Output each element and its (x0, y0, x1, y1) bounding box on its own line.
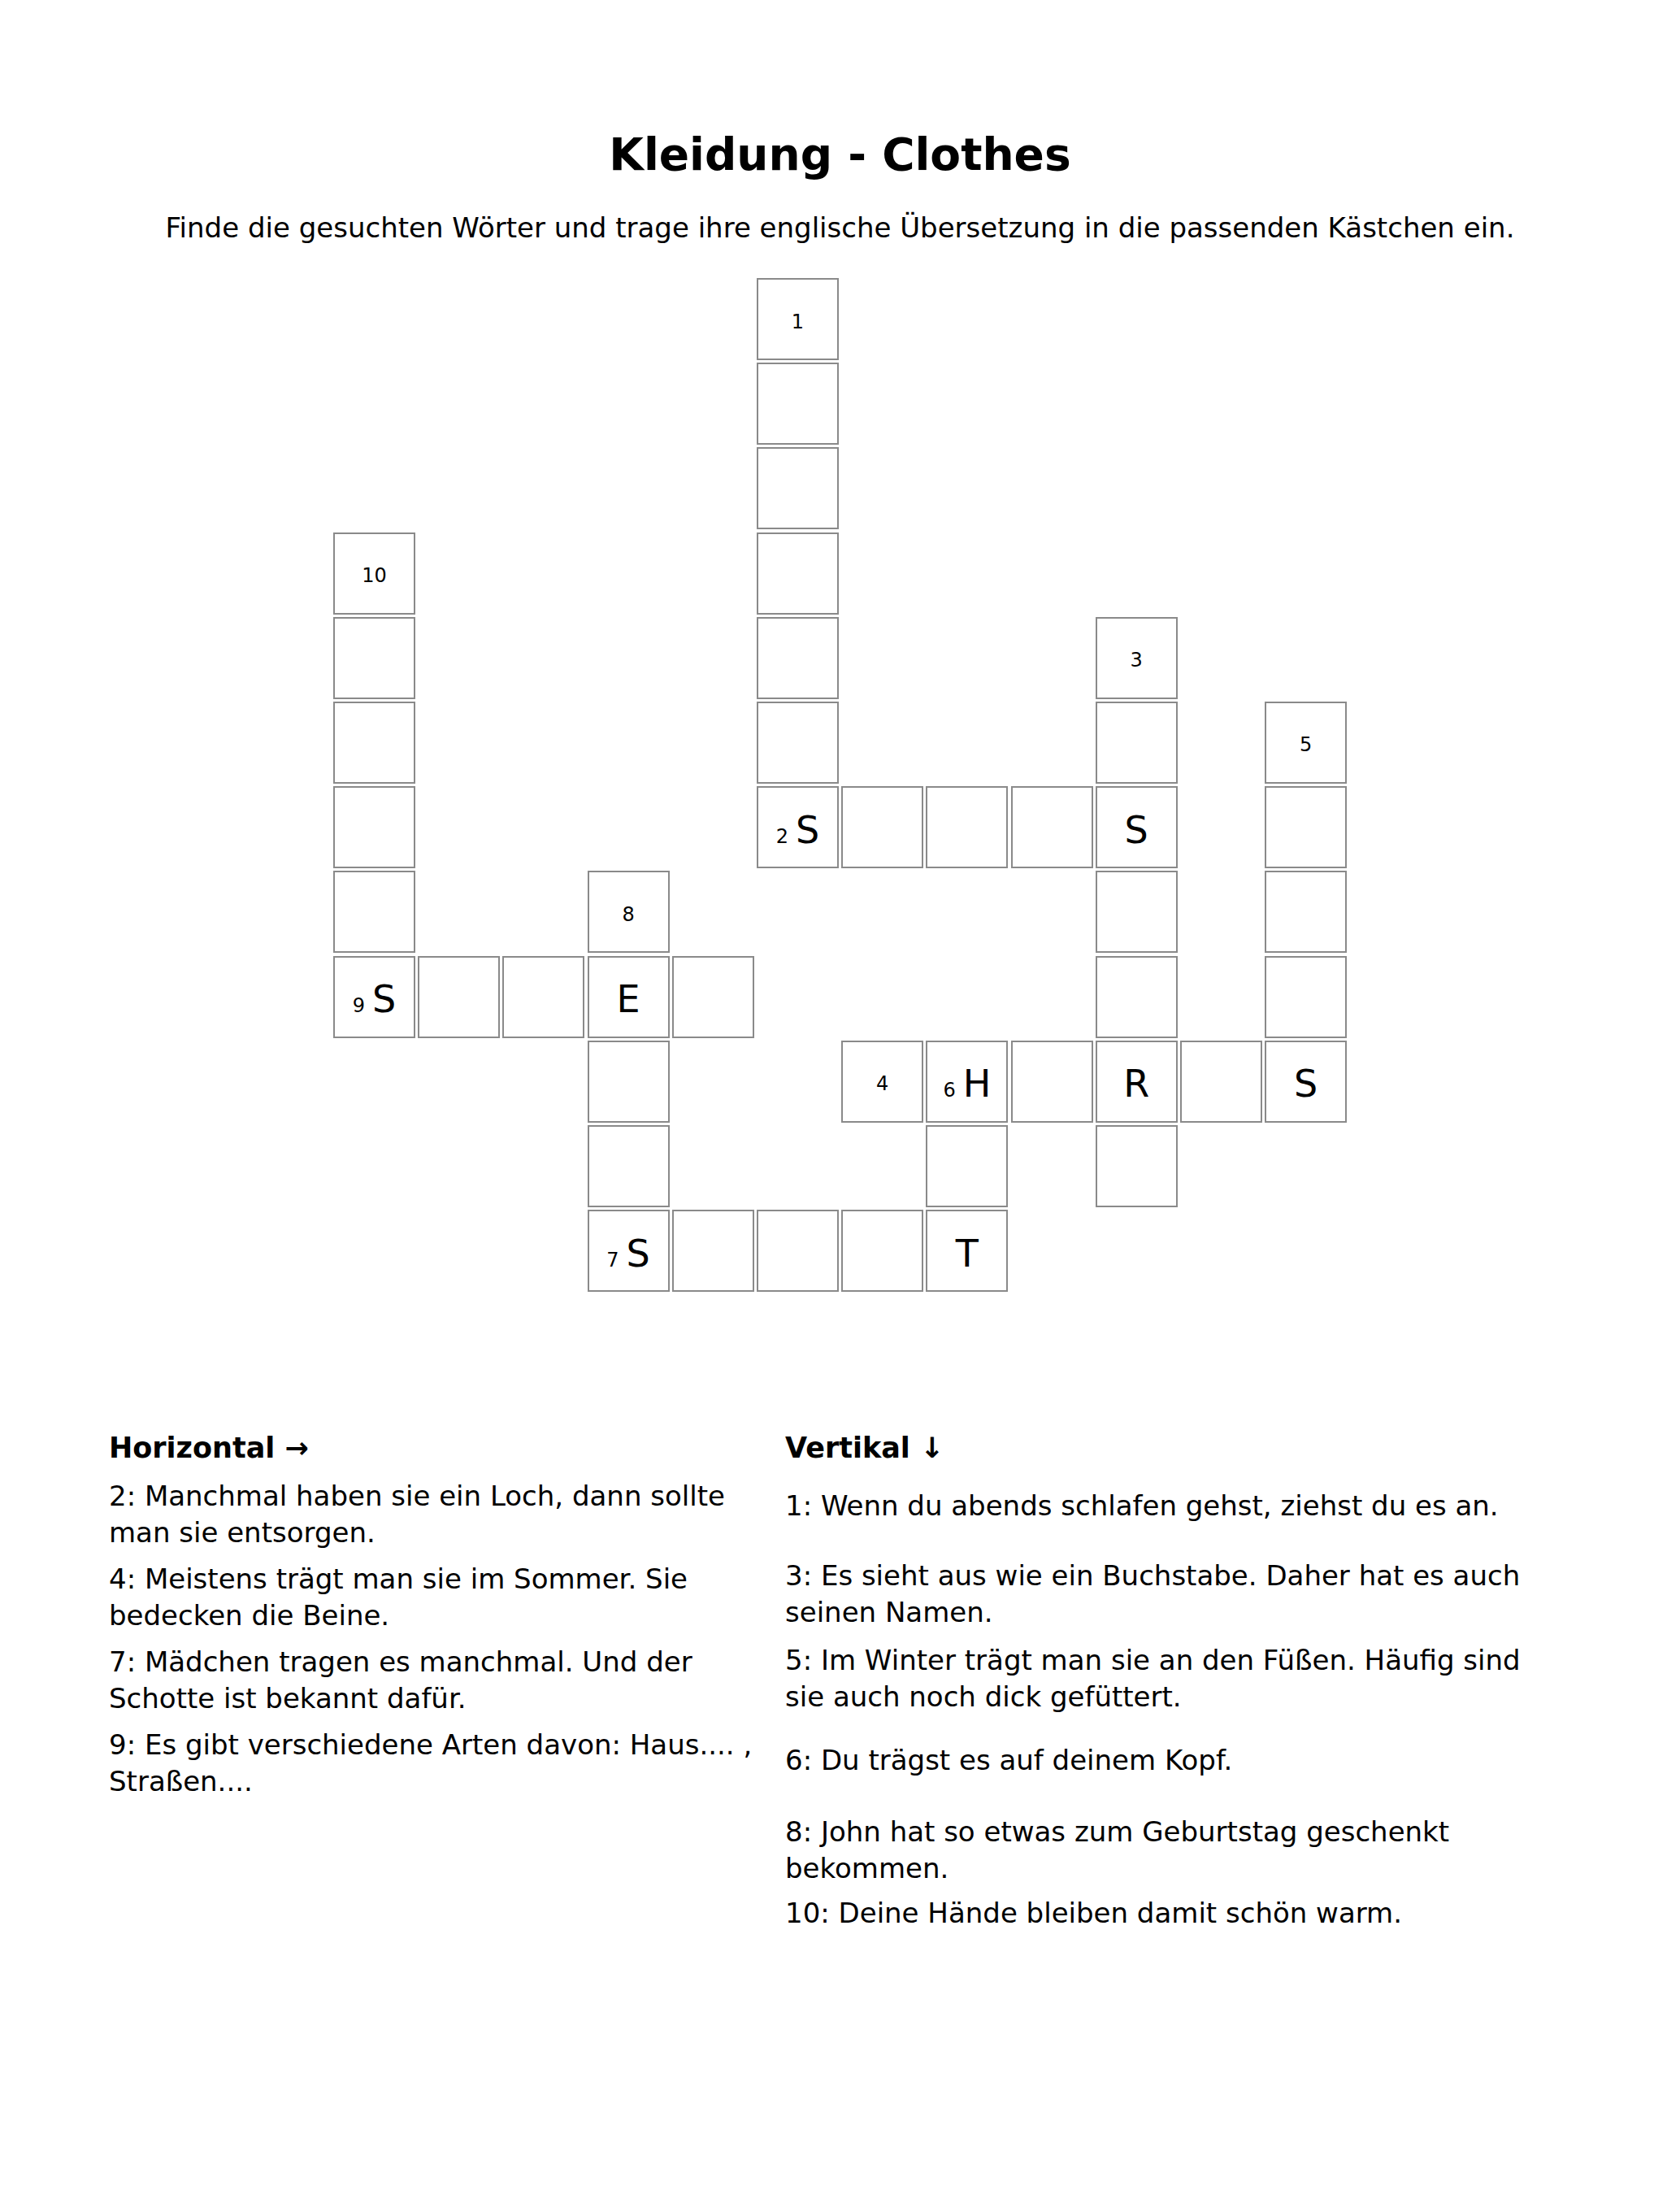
crossword-cell[interactable] (757, 702, 839, 784)
clue: 4: Meistens trägt man sie im Sommer. Sie… (109, 1561, 759, 1634)
crossword-cell[interactable] (333, 786, 415, 868)
crossword-cell[interactable] (757, 1210, 839, 1292)
down-clue-list: 1: Wenn du abends schlafen gehst, ziehst… (785, 1488, 1533, 1932)
crossword-cell[interactable] (757, 447, 839, 529)
crossword-cell[interactable] (1096, 702, 1178, 784)
clue: 5: Im Winter trägt man sie an den Füßen.… (785, 1642, 1533, 1715)
prefilled-letter: H (963, 1062, 992, 1106)
crossword-cell[interactable] (1096, 871, 1178, 953)
clue: 6: Du trägst es auf deinem Kopf. (785, 1742, 1533, 1779)
clue: 1: Wenn du abends schlafen gehst, ziehst… (785, 1488, 1533, 1524)
crossword-cell[interactable] (333, 871, 415, 953)
crossword-cell[interactable] (1096, 1125, 1178, 1207)
clue: 9: Es gibt verschiedene Arten davon: Hau… (109, 1727, 759, 1800)
clue-number: 10 (362, 564, 387, 587)
clue-number: 1 (792, 311, 804, 333)
crossword-cell[interactable]: 4 (841, 1041, 923, 1123)
clue-number: 5 (1300, 733, 1312, 756)
clue-number: 8 (622, 903, 634, 926)
prefilled-letter: S (1125, 808, 1148, 852)
crossword-cell[interactable] (1011, 786, 1093, 868)
crossword-cell[interactable] (1180, 1041, 1262, 1123)
crossword-grid: 110352SS89SE46HRS7ST (333, 278, 1347, 1292)
clue: 3: Es sieht aus wie ein Buchstabe. Daher… (785, 1558, 1533, 1631)
clues-down-section: Vertikal ↓ 1: Wenn du abends schlafen ge… (785, 1430, 1533, 1932)
crossword-cell[interactable] (588, 1041, 670, 1123)
crossword-cell[interactable]: T (926, 1210, 1008, 1292)
prefilled-letter: S (627, 1232, 650, 1276)
crossword-cell[interactable]: 9S (333, 956, 415, 1038)
clue: 8: John hat so etwas zum Geburtstag gesc… (785, 1814, 1533, 1887)
crossword-cell[interactable]: S (1096, 786, 1178, 868)
clue-number: 2 (776, 825, 788, 848)
page-title: Kleidung - Clothes (0, 128, 1680, 180)
crossword-cell[interactable] (333, 617, 415, 699)
crossword-cell[interactable] (757, 363, 839, 445)
crossword-cell[interactable] (333, 702, 415, 784)
clue: 7: Mädchen tragen es manchmal. Und der S… (109, 1644, 759, 1717)
crossword-cell[interactable] (418, 956, 500, 1038)
crossword-cell[interactable] (672, 956, 754, 1038)
crossword-cell[interactable]: 3 (1096, 617, 1178, 699)
crossword-cell[interactable] (926, 1125, 1008, 1207)
across-clue-list: 2: Manchmal haben sie ein Loch, dann sol… (109, 1478, 759, 1800)
crossword-cell[interactable]: 5 (1265, 702, 1347, 784)
crossword-cell[interactable] (1265, 786, 1347, 868)
crossword-cell[interactable]: E (588, 956, 670, 1038)
down-header: Vertikal ↓ (785, 1430, 1533, 1467)
clue-number: 4 (876, 1072, 888, 1095)
crossword-cell[interactable]: 8 (588, 871, 670, 953)
crossword-cell[interactable] (926, 786, 1008, 868)
crossword-cell[interactable]: S (1265, 1041, 1347, 1123)
clue: 2: Manchmal haben sie ein Loch, dann sol… (109, 1478, 759, 1551)
crossword-cell[interactable]: 2S (757, 786, 839, 868)
clues-across-section: Horizontal → 2: Manchmal haben sie ein L… (109, 1430, 759, 1810)
prefilled-letter: R (1123, 1062, 1149, 1106)
crossword-cell[interactable] (841, 786, 923, 868)
prefilled-letter: E (617, 977, 640, 1021)
crossword-cell[interactable] (502, 956, 584, 1038)
prefilled-letter: T (956, 1232, 979, 1276)
clue-number: 3 (1131, 649, 1143, 672)
crossword-cell[interactable]: 6H (926, 1041, 1008, 1123)
crossword-cell[interactable]: 10 (333, 532, 415, 615)
crossword-cell[interactable] (1096, 956, 1178, 1038)
clue-number: 7 (606, 1249, 619, 1271)
crossword-cell[interactable] (1011, 1041, 1093, 1123)
prefilled-letter: S (796, 808, 819, 852)
crossword-cell[interactable] (841, 1210, 923, 1292)
crossword-cell[interactable] (672, 1210, 754, 1292)
across-header: Horizontal → (109, 1430, 759, 1467)
clue-number: 6 (943, 1079, 955, 1102)
crossword-cell[interactable]: 1 (757, 278, 839, 360)
clue: 10: Deine Hände bleiben damit schön warm… (785, 1895, 1533, 1932)
prefilled-letter: S (372, 977, 396, 1021)
crossword-cell[interactable] (588, 1125, 670, 1207)
crossword-cell[interactable]: 7S (588, 1210, 670, 1292)
instructions-text: Finde die gesuchten Wörter und trage ihr… (0, 211, 1680, 244)
crossword-cell[interactable] (1265, 956, 1347, 1038)
crossword-cell[interactable] (757, 532, 839, 615)
crossword-cell[interactable] (1265, 871, 1347, 953)
clue-number: 9 (353, 994, 365, 1017)
crossword-cell[interactable]: R (1096, 1041, 1178, 1123)
crossword-cell[interactable] (757, 617, 839, 699)
prefilled-letter: S (1294, 1062, 1318, 1106)
